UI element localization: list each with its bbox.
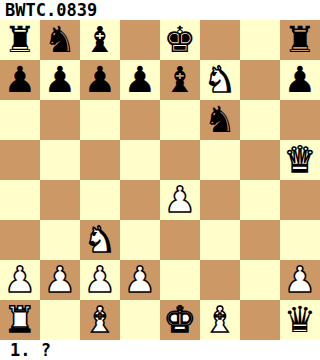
page-title: BWTC.0839 [5, 0, 97, 20]
piece-white-knight: ♞ [204, 60, 236, 100]
square-f4[interactable] [200, 180, 240, 220]
square-c1[interactable]: ♝ [80, 300, 120, 340]
piece-black-king: ♚ [164, 20, 196, 60]
square-h2[interactable]: ♟ [280, 260, 320, 300]
piece-white-pawn: ♟ [124, 260, 156, 300]
square-h1[interactable]: ♛ [280, 300, 320, 340]
piece-white-pawn: ♟ [44, 260, 76, 300]
square-c2[interactable]: ♟ [80, 260, 120, 300]
square-b7[interactable]: ♟ [40, 60, 80, 100]
piece-white-king: ♚ [164, 300, 196, 340]
square-f1[interactable]: ♝ [200, 300, 240, 340]
square-a4[interactable] [0, 180, 40, 220]
piece-black-pawn: ♟ [4, 60, 36, 100]
square-e8[interactable]: ♚ [160, 20, 200, 60]
square-a7[interactable]: ♟ [0, 60, 40, 100]
square-g3[interactable] [240, 220, 280, 260]
square-b1[interactable] [40, 300, 80, 340]
square-c3[interactable]: ♞ [80, 220, 120, 260]
piece-black-pawn: ♟ [284, 60, 316, 100]
square-d4[interactable] [120, 180, 160, 220]
piece-white-bishop: ♝ [84, 300, 116, 340]
square-d5[interactable] [120, 140, 160, 180]
piece-white-bishop: ♝ [204, 300, 236, 340]
square-e6[interactable] [160, 100, 200, 140]
square-b8[interactable]: ♞ [40, 20, 80, 60]
square-c8[interactable]: ♝ [80, 20, 120, 60]
piece-black-queen: ♛ [284, 300, 316, 340]
square-a2[interactable]: ♟ [0, 260, 40, 300]
square-c5[interactable] [80, 140, 120, 180]
piece-black-rook: ♜ [284, 20, 316, 60]
square-h5[interactable]: ♛ [280, 140, 320, 180]
square-g7[interactable] [240, 60, 280, 100]
piece-black-bishop: ♝ [164, 60, 196, 100]
square-d7[interactable]: ♟ [120, 60, 160, 100]
square-b4[interactable] [40, 180, 80, 220]
square-f5[interactable] [200, 140, 240, 180]
square-h6[interactable] [280, 100, 320, 140]
square-a8[interactable]: ♜ [0, 20, 40, 60]
piece-black-knight: ♞ [44, 20, 76, 60]
square-g1[interactable] [240, 300, 280, 340]
square-h4[interactable] [280, 180, 320, 220]
square-d6[interactable] [120, 100, 160, 140]
move-prompt: 1. ? [10, 340, 51, 360]
piece-white-queen: ♛ [284, 140, 316, 180]
square-c7[interactable]: ♟ [80, 60, 120, 100]
square-d3[interactable] [120, 220, 160, 260]
square-c6[interactable] [80, 100, 120, 140]
title-bar: BWTC.0839 [0, 0, 320, 20]
piece-white-pawn: ♟ [84, 260, 116, 300]
piece-white-pawn: ♟ [164, 180, 196, 220]
square-f8[interactable] [200, 20, 240, 60]
square-d2[interactable]: ♟ [120, 260, 160, 300]
square-a1[interactable]: ♜ [0, 300, 40, 340]
square-g2[interactable] [240, 260, 280, 300]
square-b5[interactable] [40, 140, 80, 180]
square-g8[interactable] [240, 20, 280, 60]
square-h8[interactable]: ♜ [280, 20, 320, 60]
square-d1[interactable] [120, 300, 160, 340]
square-e1[interactable]: ♚ [160, 300, 200, 340]
square-f3[interactable] [200, 220, 240, 260]
piece-white-pawn: ♟ [284, 260, 316, 300]
square-b6[interactable] [40, 100, 80, 140]
square-b2[interactable]: ♟ [40, 260, 80, 300]
piece-white-knight: ♞ [84, 220, 116, 260]
square-b3[interactable] [40, 220, 80, 260]
square-h7[interactable]: ♟ [280, 60, 320, 100]
square-h3[interactable] [280, 220, 320, 260]
square-d8[interactable] [120, 20, 160, 60]
square-e3[interactable] [160, 220, 200, 260]
square-f6[interactable]: ♞ [200, 100, 240, 140]
piece-black-knight: ♞ [204, 100, 236, 140]
square-g5[interactable] [240, 140, 280, 180]
piece-black-pawn: ♟ [84, 60, 116, 100]
piece-white-pawn: ♟ [4, 260, 36, 300]
square-c4[interactable] [80, 180, 120, 220]
square-e7[interactable]: ♝ [160, 60, 200, 100]
square-g4[interactable] [240, 180, 280, 220]
square-g6[interactable] [240, 100, 280, 140]
square-e4[interactable]: ♟ [160, 180, 200, 220]
piece-white-rook: ♜ [4, 300, 36, 340]
square-a3[interactable] [0, 220, 40, 260]
piece-black-rook: ♜ [4, 20, 36, 60]
square-f7[interactable]: ♞ [200, 60, 240, 100]
piece-black-pawn: ♟ [44, 60, 76, 100]
piece-black-bishop: ♝ [84, 20, 116, 60]
square-e5[interactable] [160, 140, 200, 180]
piece-black-pawn: ♟ [124, 60, 156, 100]
square-f2[interactable] [200, 260, 240, 300]
square-a5[interactable] [0, 140, 40, 180]
chess-board: ♜♞♝♚♜♟♟♟♟♝♞♟♞♛♟♞♟♟♟♟♟♜♝♚♝♛ [0, 20, 320, 340]
square-a6[interactable] [0, 100, 40, 140]
move-prompt-bar: 1. ? [0, 340, 320, 360]
square-e2[interactable] [160, 260, 200, 300]
